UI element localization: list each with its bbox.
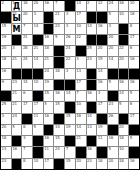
entry-cell-r14c2[interactable]: 16 — [12, 147, 22, 157]
code-number: 9 — [2, 80, 4, 84]
entry-cell-r12c4[interactable]: 5 — [33, 125, 43, 135]
entry-cell-r6c10[interactable]: 15 — [97, 57, 107, 67]
entry-cell-r1c10[interactable]: 12 — [97, 1, 107, 11]
entry-cell-r12c9[interactable]: 13 — [87, 125, 97, 135]
entry-cell-r5c3[interactable]: 28 — [22, 46, 32, 56]
entry-cell-r10c8[interactable]: 10 — [76, 102, 86, 112]
entry-cell-r7c5[interactable]: 24 — [44, 69, 54, 79]
block-cell-r14c4 — [33, 147, 43, 157]
entry-cell-r5c1[interactable]: 20 — [1, 46, 11, 56]
entry-cell-r10c3[interactable]: 17 — [22, 102, 32, 112]
entry-cell-r5c13[interactable]: 6 — [129, 46, 139, 56]
code-number: 23 — [108, 102, 113, 106]
code-number: 2 — [87, 1, 89, 5]
entry-cell-r3c13[interactable]: 8 — [129, 24, 139, 34]
code-number: 15 — [44, 91, 49, 95]
code-number: 10 — [119, 12, 124, 16]
code-number: 19 — [98, 125, 103, 129]
code-number: 18 — [44, 46, 49, 50]
entry-cell-r1c5[interactable]: 16 — [44, 1, 54, 11]
block-cell-r7c3 — [22, 69, 32, 79]
code-number: 6 — [130, 46, 132, 50]
entry-cell-r4c6[interactable]: 5 — [54, 35, 64, 45]
code-number: 26 — [108, 114, 113, 118]
code-number: 20 — [119, 57, 124, 61]
entry-cell-r15c10[interactable]: 18 — [97, 159, 107, 169]
code-number: 20 — [108, 35, 113, 39]
entry-cell-r1c12[interactable]: 16 — [119, 1, 129, 11]
entry-cell-r6c2[interactable]: 21 — [12, 57, 22, 67]
code-number: 3 — [98, 91, 100, 95]
entry-cell-r3c6[interactable]: 23 — [54, 24, 64, 34]
entry-cell-r2c4[interactable]: 3 — [33, 12, 43, 22]
entry-cell-r3c11[interactable]: 3 — [108, 24, 118, 34]
block-cell-r4c4 — [33, 35, 43, 45]
code-number: 15 — [2, 24, 7, 28]
entry-cell-r6c12[interactable]: 20 — [119, 57, 129, 67]
entry-cell-r9c8[interactable]: 7 — [76, 91, 86, 101]
code-number: 21 — [34, 46, 39, 50]
code-number: 8 — [23, 159, 25, 163]
code-number: 8 — [130, 24, 132, 28]
entry-cell-r8c12[interactable]: 16 — [119, 80, 129, 90]
entry-cell-r13c11[interactable]: 16 — [108, 136, 118, 146]
entry-cell-r14c9[interactable]: 16 — [87, 147, 97, 157]
code-number: 7 — [66, 147, 68, 151]
code-number: 15 — [98, 57, 103, 61]
entry-cell-r2c6[interactable]: 21 — [54, 12, 64, 22]
entry-cell-r3c4[interactable]: 14 — [33, 24, 43, 34]
entry-cell-r5c12[interactable]: 22 — [119, 46, 129, 56]
block-cell-r14c10 — [97, 147, 107, 157]
entry-cell-r3c7[interactable]: 3 — [65, 24, 75, 34]
entry-cell-r8c2[interactable]: 23 — [12, 80, 22, 90]
code-number: 14 — [119, 91, 124, 95]
code-number: 3 — [66, 24, 68, 28]
code-number: 3 — [66, 12, 68, 16]
code-number: 16 — [87, 91, 92, 95]
code-number: 24 — [55, 147, 60, 151]
entry-cell-r12c6[interactable]: 14 — [54, 125, 64, 135]
code-number: 21 — [12, 91, 17, 95]
block-cell-r13c4 — [33, 136, 43, 146]
given-letter: Ы — [12, 15, 22, 23]
code-number: 21 — [76, 136, 81, 140]
entry-cell-r4c7[interactable]: 26 — [65, 35, 75, 45]
entry-cell-r9c6[interactable]: 16 — [54, 91, 64, 101]
entry-cell-r4c8[interactable]: 22 — [76, 35, 86, 45]
block-cell-r8c7 — [65, 80, 75, 90]
entry-cell-r12c8[interactable]: 14 — [76, 125, 86, 135]
entry-cell-r9c5[interactable]: 15 — [44, 91, 54, 101]
entry-cell-r11c9[interactable]: 14 — [87, 114, 97, 124]
code-number: 15 — [55, 136, 60, 140]
entry-cell-r2c8[interactable]: 17 — [76, 12, 86, 22]
entry-cell-r8c8[interactable]: 17 — [76, 80, 86, 90]
block-cell-r9c1 — [1, 91, 11, 101]
entry-cell-r11c11[interactable]: 26 — [108, 114, 118, 124]
entry-cell-r7c10[interactable]: 14 — [97, 69, 107, 79]
code-number: 19 — [2, 35, 7, 39]
block-cell-r9c11 — [108, 91, 118, 101]
block-cell-r4c2 — [12, 35, 22, 45]
entry-cell-r4c13[interactable]: 17 — [129, 35, 139, 45]
entry-cell-r2c13[interactable]: 18 — [129, 12, 139, 22]
code-number: 24 — [66, 46, 71, 50]
entry-cell-r11c1[interactable]: 3 — [1, 114, 11, 124]
entry-cell-r8c11[interactable]: 5 — [108, 80, 118, 90]
entry-cell-r7c8[interactable]: 13 — [76, 69, 86, 79]
entry-cell-r6c9[interactable]: 23 — [87, 57, 97, 67]
code-number: 28 — [23, 46, 28, 50]
block-cell-r2c9 — [87, 12, 97, 22]
code-number: 17 — [34, 102, 39, 106]
entry-cell-r1c6[interactable]: 7 — [54, 1, 64, 11]
code-number: 24 — [23, 57, 28, 61]
code-number: 10 — [119, 147, 124, 151]
entry-cell-r14c12[interactable]: 10 — [119, 147, 129, 157]
entry-cell-r6c4[interactable]: 14 — [33, 57, 43, 67]
entry-cell-r3c3[interactable]: 7 — [22, 24, 32, 34]
entry-cell-r7c6[interactable]: 18 — [54, 69, 64, 79]
code-number: 16 — [44, 136, 49, 140]
block-cell-r15c2 — [12, 159, 22, 169]
entry-cell-r10c6[interactable]: 15 — [54, 102, 64, 112]
entry-cell-r1c8[interactable]: 14 — [76, 1, 86, 11]
code-number: 7 — [55, 1, 57, 5]
code-number: 16 — [12, 147, 17, 151]
entry-cell-r5c5[interactable]: 18 — [44, 46, 54, 56]
code-number: 15 — [66, 114, 71, 118]
entry-cell-r10c4[interactable]: 17 — [33, 102, 43, 112]
code-number: 14 — [87, 114, 92, 118]
entry-cell-r10c11[interactable]: 23 — [108, 102, 118, 112]
code-number: 18 — [130, 12, 135, 16]
code-number: 18 — [98, 159, 103, 163]
code-number: 6 — [130, 102, 132, 106]
code-number: 5 — [130, 136, 132, 140]
entry-cell-r1c1[interactable]: 2 — [1, 1, 11, 11]
code-number: 20 — [108, 46, 113, 50]
given-letter: М — [12, 26, 22, 34]
entry-cell-r5c9[interactable]: 25 — [87, 46, 97, 56]
code-number: 3 — [12, 46, 14, 50]
entry-cell-r9c2[interactable]: 21 — [12, 91, 22, 101]
code-number: 8 — [23, 125, 25, 129]
block-cell-r3c12 — [119, 24, 129, 34]
codeword-grid: 21Д18201671421224161021Ы2032131751018159… — [0, 0, 140, 170]
block-cell-r11c10 — [97, 114, 107, 124]
block-cell-r12c5 — [44, 125, 54, 135]
code-number: 5 — [44, 102, 46, 106]
entry-cell-r10c10[interactable]: 17 — [97, 102, 107, 112]
entry-cell-r15c8[interactable]: 20 — [76, 159, 86, 169]
entry-cell-r6c13[interactable]: 16 — [129, 57, 139, 67]
block-cell-r5c8 — [76, 46, 86, 56]
entry-cell-r1c2[interactable]: 1Д — [12, 1, 22, 11]
entry-cell-r8c5[interactable]: 19 — [44, 80, 54, 90]
code-number: 15 — [55, 102, 60, 106]
code-number: 16 — [55, 91, 60, 95]
entry-cell-r5c11[interactable]: 20 — [108, 46, 118, 56]
code-number: 2 — [2, 1, 4, 5]
entry-cell-r9c3[interactable]: 6 — [22, 91, 32, 101]
block-cell-r15c6 — [54, 159, 64, 169]
entry-cell-r12c2[interactable]: 5 — [12, 125, 22, 135]
entry-cell-r6c7[interactable]: 22 — [65, 57, 75, 67]
entry-cell-r6c8[interactable]: 3 — [76, 57, 86, 67]
entry-cell-r3c1[interactable]: 15 — [1, 24, 11, 34]
entry-cell-r10c5[interactable]: 5 — [44, 102, 54, 112]
code-number: 12 — [98, 1, 103, 5]
code-number: 14 — [76, 1, 81, 5]
entry-cell-r1c13[interactable]: 10 — [129, 1, 139, 11]
entry-cell-r12c10[interactable]: 19 — [97, 125, 107, 135]
code-number: 24 — [12, 114, 17, 118]
code-number: 13 — [76, 69, 81, 73]
code-number: 21 — [55, 12, 60, 16]
code-number: 10 — [76, 102, 81, 106]
entry-cell-r5c2[interactable]: 3 — [12, 46, 22, 56]
entry-cell-r7c7[interactable]: 3 — [65, 69, 75, 79]
entry-cell-r13c1[interactable]: 18 — [1, 136, 11, 146]
entry-cell-r11c4[interactable]: 11 — [33, 114, 43, 124]
code-number: 10 — [34, 159, 39, 163]
code-number: 5 — [119, 102, 121, 106]
block-cell-r2c5 — [44, 12, 54, 22]
block-cell-r8c9 — [87, 80, 97, 90]
code-number: 23 — [2, 159, 7, 163]
entry-cell-r11c13[interactable]: 17 — [129, 114, 139, 124]
entry-cell-r4c5[interactable]: 16 — [44, 35, 54, 45]
entry-cell-r3c10[interactable]: 16 — [97, 24, 107, 34]
code-number: 21 — [44, 57, 49, 61]
entry-cell-r13c10[interactable]: 11 — [97, 136, 107, 146]
code-number: 5 — [108, 147, 110, 151]
code-number: 7 — [76, 91, 78, 95]
entry-cell-r6c11[interactable]: 14 — [108, 57, 118, 67]
code-number: 14 — [34, 57, 39, 61]
entry-cell-r8c3[interactable]: 14 — [22, 80, 32, 90]
entry-cell-r11c7[interactable]: 15 — [65, 114, 75, 124]
code-number: 5 — [130, 91, 132, 95]
entry-cell-r14c6[interactable]: 24 — [54, 147, 64, 157]
entry-cell-r15c13[interactable]: 16 — [129, 159, 139, 169]
code-number: 16 — [98, 24, 103, 28]
code-number: 3 — [2, 114, 4, 118]
code-number: 16 — [44, 35, 49, 39]
block-cell-r14c13 — [129, 147, 139, 157]
entry-cell-r9c10[interactable]: 3 — [97, 91, 107, 101]
code-number: 17 — [23, 102, 28, 106]
entry-cell-r4c1[interactable]: 19 — [1, 35, 11, 45]
entry-cell-r1c3[interactable]: 18 — [22, 1, 32, 11]
code-number: 21 — [12, 57, 17, 61]
entry-cell-r14c11[interactable]: 5 — [108, 147, 118, 157]
entry-cell-r6c3[interactable]: 24 — [22, 57, 32, 67]
code-number: 24 — [44, 69, 49, 73]
entry-cell-r3c2[interactable]: 9М — [12, 24, 22, 34]
entry-cell-r5c7[interactable]: 24 — [65, 46, 75, 56]
entry-cell-r14c3[interactable]: 7 — [22, 147, 32, 157]
entry-cell-r15c3[interactable]: 8 — [22, 159, 32, 169]
code-number: 16 — [44, 114, 49, 118]
code-number: 10 — [130, 1, 135, 5]
entry-cell-r2c12[interactable]: 10 — [119, 12, 129, 22]
code-number: 13 — [2, 147, 7, 151]
code-number: 16 — [76, 114, 81, 118]
code-number: 16 — [2, 69, 7, 73]
block-cell-r10c9 — [87, 102, 97, 112]
block-cell-r3c5 — [44, 24, 54, 34]
block-cell-r9c4 — [33, 91, 43, 101]
code-number: 14 — [23, 80, 28, 84]
code-number: 22 — [76, 35, 81, 39]
entry-cell-r15c11[interactable]: 20 — [108, 159, 118, 169]
code-number: 7 — [23, 24, 25, 28]
block-cell-r13c2 — [12, 136, 22, 146]
block-cell-r7c9 — [87, 69, 97, 79]
block-cell-r7c13 — [129, 69, 139, 79]
entry-cell-r10c13[interactable]: 6 — [129, 102, 139, 112]
entry-cell-r9c13[interactable]: 5 — [129, 91, 139, 101]
entry-cell-r13c8[interactable]: 21 — [76, 136, 86, 146]
code-number: 17 — [98, 102, 103, 106]
code-number: 25 — [87, 46, 92, 50]
code-number: 5 — [34, 125, 36, 129]
entry-cell-r2c2[interactable]: 21Ы — [12, 12, 22, 22]
entry-cell-r15c9[interactable]: 23 — [87, 159, 97, 169]
block-cell-r12c11 — [108, 125, 118, 135]
code-number: 17 — [44, 159, 49, 163]
entry-cell-r3c8[interactable]: 10 — [76, 24, 86, 34]
entry-cell-r14c5[interactable]: 11 — [44, 147, 54, 157]
entry-cell-r15c1[interactable]: 23 — [1, 159, 11, 169]
code-number: 21 — [23, 35, 28, 39]
block-cell-r11c6 — [54, 114, 64, 124]
code-number: 23 — [12, 80, 17, 84]
entry-cell-r7c1[interactable]: 16 — [1, 69, 11, 79]
entry-cell-r6c1[interactable]: 18 — [1, 57, 11, 67]
code-number: 22 — [66, 57, 71, 61]
entry-cell-r15c12[interactable]: 18 — [119, 159, 129, 169]
code-number: 3 — [23, 136, 25, 140]
entry-cell-r14c1[interactable]: 13 — [1, 147, 11, 157]
entry-cell-r11c8[interactable]: 16 — [76, 114, 86, 124]
entry-cell-r2c11[interactable]: 5 — [108, 12, 118, 22]
block-cell-r12c13 — [129, 125, 139, 135]
code-number: 14 — [34, 24, 39, 28]
code-number: 14 — [76, 125, 81, 129]
entry-cell-r15c5[interactable]: 17 — [44, 159, 54, 169]
entry-cell-r13c3[interactable]: 3 — [22, 136, 32, 146]
entry-cell-r2c7[interactable]: 3 — [65, 12, 75, 22]
code-number: 13 — [87, 125, 92, 129]
block-cell-r1c7 — [65, 1, 75, 11]
entry-cell-r13c12[interactable]: 18 — [119, 136, 129, 146]
code-number: 14 — [66, 91, 71, 95]
entry-cell-r10c2[interactable]: 21 — [12, 102, 22, 112]
code-number: 14 — [98, 69, 103, 73]
code-number: 14 — [87, 24, 92, 28]
entry-cell-r5c4[interactable]: 21 — [33, 46, 43, 56]
code-number: 18 — [2, 136, 7, 140]
entry-cell-r1c4[interactable]: 20 — [33, 1, 43, 11]
code-number: 22 — [119, 46, 124, 50]
entry-cell-r1c9[interactable]: 2 — [87, 1, 97, 11]
block-cell-r8c6 — [54, 80, 64, 90]
entry-cell-r14c7[interactable]: 7 — [65, 147, 75, 157]
entry-cell-r12c1[interactable]: 20 — [1, 125, 11, 135]
block-cell-r11c3 — [22, 114, 32, 124]
code-number: 20 — [34, 1, 39, 5]
entry-cell-r4c3[interactable]: 21 — [22, 35, 32, 45]
block-cell-r2c10 — [97, 12, 107, 22]
entry-cell-r12c12[interactable]: 20 — [119, 125, 129, 135]
code-number: 3 — [76, 57, 78, 61]
entry-cell-r11c5[interactable]: 16 — [44, 114, 54, 124]
code-number: 16 — [119, 80, 124, 84]
entry-cell-r9c9[interactable]: 16 — [87, 91, 97, 101]
code-number: 16 — [108, 136, 113, 140]
entry-cell-r10c12[interactable]: 5 — [119, 102, 129, 112]
code-number: 17 — [76, 12, 81, 16]
entry-cell-r12c7[interactable]: 19 — [65, 125, 75, 135]
code-number: 11 — [44, 147, 49, 151]
code-number: 20 — [119, 125, 124, 129]
entry-cell-r8c13[interactable]: 16 — [129, 80, 139, 90]
entry-cell-r2c3[interactable]: 20 — [22, 12, 32, 22]
entry-cell-r11c2[interactable]: 24 — [12, 114, 22, 124]
entry-cell-r15c7[interactable]: 15 — [65, 159, 75, 169]
code-number: 5 — [12, 125, 14, 129]
block-cell-r5c6 — [54, 46, 64, 56]
code-number: 18 — [55, 69, 60, 73]
entry-cell-r5c10[interactable]: 20 — [97, 46, 107, 56]
entry-cell-r3c9[interactable]: 14 — [87, 24, 97, 34]
entry-cell-r13c13[interactable]: 5 — [129, 136, 139, 146]
entry-cell-r9c12[interactable]: 14 — [119, 91, 129, 101]
entry-cell-r4c11[interactable]: 20 — [108, 35, 118, 45]
block-cell-r4c12 — [119, 35, 129, 45]
entry-cell-r1c11[interactable]: 24 — [108, 1, 118, 11]
entry-cell-r8c10[interactable]: 16 — [97, 80, 107, 90]
entry-cell-r8c1[interactable]: 9 — [1, 80, 11, 90]
entry-cell-r9c7[interactable]: 14 — [65, 91, 75, 101]
entry-cell-r13c6[interactable]: 15 — [54, 136, 64, 146]
code-number: 23 — [87, 57, 92, 61]
code-number: 7 — [23, 147, 25, 151]
code-number: 16 — [130, 80, 135, 84]
entry-cell-r6c5[interactable]: 21 — [44, 57, 54, 67]
block-cell-r10c7 — [65, 102, 75, 112]
block-cell-r11c12 — [119, 114, 129, 124]
code-number: 14 — [55, 125, 60, 129]
code-number: 26 — [66, 35, 71, 39]
entry-cell-r12c3[interactable]: 8 — [22, 125, 32, 135]
code-number: 19 — [66, 125, 71, 129]
code-number: 10 — [76, 24, 81, 28]
code-number: 3 — [66, 69, 68, 73]
code-number: 20 — [2, 46, 7, 50]
entry-cell-r10c1[interactable]: 25 — [1, 102, 11, 112]
code-number: 11 — [34, 114, 39, 118]
code-number: 21 — [12, 102, 17, 106]
entry-cell-r8c4[interactable]: 10 — [33, 80, 43, 90]
entry-cell-r13c5[interactable]: 16 — [44, 136, 54, 146]
entry-cell-r15c4[interactable]: 10 — [33, 159, 43, 169]
code-number: 3 — [34, 12, 36, 16]
